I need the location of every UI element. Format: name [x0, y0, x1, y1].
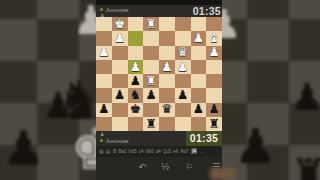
- draw-offer-button[interactable]: ½: [157, 159, 173, 175]
- square-c3[interactable]: ♛: [175, 46, 191, 60]
- square-a3[interactable]: ♟: [206, 46, 222, 60]
- move-token[interactable]: c4: [139, 149, 144, 154]
- move-token[interactable]: Nd5: [129, 149, 137, 154]
- black-pawn-h7[interactable]: ♟: [96, 103, 112, 117]
- black-pawn-f5[interactable]: ♟: [128, 74, 144, 88]
- takeback-button[interactable]: ↶: [134, 159, 150, 175]
- square-c4[interactable]: ♟: [175, 60, 191, 74]
- square-g6[interactable]: ♟: [112, 88, 128, 102]
- square-h3[interactable]: ♟: [96, 46, 112, 60]
- white-king-g1[interactable]: ♚: [112, 17, 128, 31]
- square-a7[interactable]: ♟: [206, 103, 222, 117]
- square-f1[interactable]: [128, 17, 144, 31]
- white-pawn-h3[interactable]: ♟: [96, 46, 112, 60]
- white-pawn-g2[interactable]: ♟: [112, 31, 128, 45]
- white-pawn-d4[interactable]: ♟: [159, 60, 175, 74]
- move-token[interactable]: Rd7: [180, 149, 188, 154]
- online-dot: [100, 8, 103, 11]
- square-a6[interactable]: [206, 88, 222, 102]
- square-f7[interactable]: ♚: [128, 103, 144, 117]
- square-g5[interactable]: [112, 74, 128, 88]
- square-h2[interactable]: [96, 31, 112, 45]
- white-pawn-f4[interactable]: ♟: [128, 60, 144, 74]
- move-list-icon[interactable]: ▦: [99, 148, 104, 154]
- square-b7[interactable]: ♟: [191, 103, 207, 117]
- square-h7[interactable]: ♟: [96, 103, 112, 117]
- square-a2[interactable]: ♝: [206, 31, 222, 45]
- square-d8[interactable]: [159, 117, 175, 131]
- square-a8[interactable]: ♜: [206, 117, 222, 131]
- square-c8[interactable]: [175, 117, 191, 131]
- white-queen-c3[interactable]: ♛: [175, 46, 191, 60]
- square-f2[interactable]: [128, 31, 144, 45]
- square-e5[interactable]: ♜: [143, 74, 159, 88]
- square-h5[interactable]: [96, 74, 112, 88]
- square-b4[interactable]: [191, 60, 207, 74]
- square-e4[interactable]: [143, 60, 159, 74]
- captured-pieces-bottom: ♟: [100, 132, 104, 137]
- square-g2[interactable]: ♟: [112, 31, 128, 45]
- square-f4[interactable]: ♟: [128, 60, 144, 74]
- square-g8[interactable]: [112, 117, 128, 131]
- black-knight-f6[interactable]: ♞: [128, 88, 144, 102]
- square-g4[interactable]: [112, 60, 128, 74]
- black-queen-d7[interactable]: ♛: [159, 103, 175, 117]
- chess-board[interactable]: ♚♜♟♟♝♟♛♟♟♟♟♟♜♟♞♟♟♟♚♛♟♟♜♜: [96, 17, 222, 131]
- square-b2[interactable]: ♟: [191, 31, 207, 45]
- move-token[interactable]: e6: [173, 149, 178, 154]
- square-g3[interactable]: [112, 46, 128, 60]
- square-h1[interactable]: [96, 17, 112, 31]
- square-f8[interactable]: [128, 117, 144, 131]
- square-e1[interactable]: ♜: [143, 17, 159, 31]
- white-rook-e1[interactable]: ♜: [143, 17, 159, 31]
- chess-app-panel: Аноним ♟ 01:35 ♚♜♟♟♝♟♛♟♟♟♟♟♜♟♞♟♟♟♚♛♟♟♜♜ …: [96, 0, 222, 180]
- black-pawn-a7[interactable]: ♟: [206, 103, 222, 117]
- square-a5[interactable]: [206, 74, 222, 88]
- square-b8[interactable]: [191, 117, 207, 131]
- square-d2[interactable]: [159, 31, 175, 45]
- white-pawn-b2[interactable]: ♟: [191, 31, 207, 45]
- white-pawn-a3[interactable]: ♟: [206, 46, 222, 60]
- square-e3[interactable]: [143, 46, 159, 60]
- square-c1[interactable]: [175, 17, 191, 31]
- game-controls-bar: ↶½⚐☰: [96, 157, 222, 180]
- move-token[interactable]: Qd3: [163, 149, 172, 154]
- square-b3[interactable]: [191, 46, 207, 60]
- white-rook-e5[interactable]: ♜: [143, 74, 159, 88]
- square-g7[interactable]: [112, 103, 128, 117]
- square-f6[interactable]: ♞: [128, 88, 144, 102]
- square-b5[interactable]: [191, 74, 207, 88]
- move-token[interactable]: …: [199, 149, 204, 154]
- square-f3[interactable]: [128, 46, 144, 60]
- square-h4[interactable]: [96, 60, 112, 74]
- square-a1[interactable]: [206, 17, 222, 31]
- square-d5[interactable]: [159, 74, 175, 88]
- square-c7[interactable]: [175, 103, 191, 117]
- square-g1[interactable]: ♚: [112, 17, 128, 31]
- square-c6[interactable]: ♟: [175, 88, 191, 102]
- square-b6[interactable]: [191, 88, 207, 102]
- black-king-f7[interactable]: ♚: [128, 103, 144, 117]
- move-token[interactable]: g1: [106, 149, 111, 154]
- square-d4[interactable]: ♟: [159, 60, 175, 74]
- black-pawn-e6[interactable]: ♟: [143, 88, 159, 102]
- player-clock-active: 01:35: [186, 131, 222, 146]
- move-token[interactable]: d4: [156, 149, 161, 154]
- move-token[interactable]: f6: [113, 149, 117, 154]
- online-dot: [100, 139, 103, 142]
- square-d6[interactable]: [159, 88, 175, 102]
- square-f5[interactable]: ♟: [128, 74, 144, 88]
- backdrop-brown-square: [210, 168, 236, 180]
- white-bishop-a2[interactable]: ♝: [206, 31, 222, 45]
- player-bar: ♟ Аноним 01:35: [96, 131, 222, 146]
- square-d7[interactable]: ♛: [159, 103, 175, 117]
- square-e6[interactable]: ♟: [143, 88, 159, 102]
- square-h8[interactable]: [96, 117, 112, 131]
- move-token[interactable]: Ba2: [119, 149, 127, 154]
- move-list[interactable]: ▦ g1f6Ba2Nd5c4Nb6d4Qd3e6Rd7f4…: [96, 146, 222, 158]
- move-token[interactable]: f4: [191, 148, 198, 154]
- square-d3[interactable]: [159, 46, 175, 60]
- square-h6[interactable]: [96, 88, 112, 102]
- square-b1[interactable]: [191, 17, 207, 31]
- player-name: Аноним: [106, 138, 129, 144]
- square-c2[interactable]: [175, 31, 191, 45]
- square-a4[interactable]: [206, 60, 222, 74]
- black-pawn-g6[interactable]: ♟: [112, 88, 128, 102]
- move-token[interactable]: Nb6: [146, 149, 154, 154]
- opponent-name: Аноним: [106, 7, 129, 13]
- black-pawn-c6[interactable]: ♟: [175, 88, 191, 102]
- black-rook-e8[interactable]: ♜: [143, 117, 159, 131]
- resign-button[interactable]: ⚐: [181, 159, 197, 175]
- short-video-frame: ♟♟♞♟♟♚♟♟♜ Аноним ♟ 01:35 ♚♜♟♟♝♟♛♟♟♟♟♟♜♟♞…: [0, 0, 320, 180]
- square-e2[interactable]: [143, 31, 159, 45]
- square-d1[interactable]: [159, 17, 175, 31]
- square-e8[interactable]: ♜: [143, 117, 159, 131]
- black-pawn-b7[interactable]: ♟: [191, 103, 207, 117]
- square-e7[interactable]: [143, 103, 159, 117]
- white-pawn-c4[interactable]: ♟: [175, 60, 191, 74]
- black-rook-a8[interactable]: ♜: [206, 117, 222, 131]
- square-c5[interactable]: [175, 74, 191, 88]
- opponent-clock: 01:35: [193, 5, 221, 17]
